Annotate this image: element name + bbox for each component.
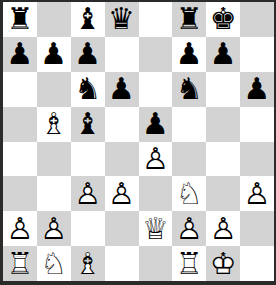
square-b8[interactable] <box>37 2 71 37</box>
square-g4[interactable] <box>206 142 240 177</box>
white-pawn-piece-fill: ♟ <box>71 176 105 211</box>
square-g1[interactable]: ♚♔ <box>206 246 240 281</box>
square-c1[interactable]: ♝♗ <box>71 246 105 281</box>
square-h6[interactable]: ♟ <box>240 72 274 107</box>
white-rook-piece: ♖ <box>3 246 37 281</box>
square-f7[interactable]: ♟ <box>172 37 206 72</box>
square-g7[interactable]: ♟ <box>206 37 240 72</box>
square-a5[interactable] <box>3 107 37 142</box>
square-g2[interactable]: ♟♙ <box>206 211 240 246</box>
square-b6[interactable] <box>37 72 71 107</box>
square-f2[interactable]: ♟♙ <box>172 211 206 246</box>
white-king-piece: ♔ <box>206 246 240 281</box>
square-g8[interactable]: ♚ <box>206 2 240 37</box>
white-pawn-piece-fill: ♟ <box>172 211 206 246</box>
black-knight-piece: ♞ <box>172 72 206 107</box>
white-pawn-piece: ♙ <box>105 176 139 211</box>
square-f4[interactable] <box>172 142 206 177</box>
square-d6[interactable]: ♟ <box>105 72 139 107</box>
white-pawn-piece-fill: ♟ <box>139 142 173 177</box>
chess-board: ♜♝♛♜♚♟♟♟♟♟♞♟♞♟♝♗♝♟♟♙♟♙♟♙♞♘♟♙♟♙♟♙♛♕♟♙♟♙♜♖… <box>3 2 274 281</box>
square-d3[interactable]: ♟♙ <box>105 176 139 211</box>
black-pawn-piece: ♟ <box>240 72 274 107</box>
square-h5[interactable] <box>240 107 274 142</box>
square-b3[interactable] <box>37 176 71 211</box>
square-g3[interactable] <box>206 176 240 211</box>
square-e2[interactable]: ♛♕ <box>139 211 173 246</box>
black-pawn-piece: ♟ <box>172 37 206 72</box>
square-e8[interactable] <box>139 2 173 37</box>
square-b5[interactable]: ♝♗ <box>37 107 71 142</box>
white-pawn-piece: ♙ <box>139 142 173 177</box>
square-h3[interactable]: ♟♙ <box>240 176 274 211</box>
white-bishop-piece: ♗ <box>37 107 71 142</box>
square-b2[interactable]: ♟♙ <box>37 211 71 246</box>
square-a6[interactable] <box>3 72 37 107</box>
white-pawn-piece: ♙ <box>71 176 105 211</box>
square-a3[interactable] <box>3 176 37 211</box>
square-d1[interactable] <box>105 246 139 281</box>
square-h1[interactable] <box>240 246 274 281</box>
square-c4[interactable] <box>71 142 105 177</box>
square-e3[interactable] <box>139 176 173 211</box>
square-d5[interactable] <box>105 107 139 142</box>
square-d2[interactable] <box>105 211 139 246</box>
white-pawn-piece: ♙ <box>240 176 274 211</box>
black-pawn-piece: ♟ <box>105 72 139 107</box>
white-pawn-piece-fill: ♟ <box>240 176 274 211</box>
black-pawn-piece: ♟ <box>3 37 37 72</box>
square-f5[interactable] <box>172 107 206 142</box>
square-d8[interactable]: ♛ <box>105 2 139 37</box>
square-e6[interactable] <box>139 72 173 107</box>
white-queen-piece-fill: ♛ <box>139 211 173 246</box>
square-e5[interactable]: ♟ <box>139 107 173 142</box>
square-f8[interactable]: ♜ <box>172 2 206 37</box>
square-h4[interactable] <box>240 142 274 177</box>
black-knight-piece: ♞ <box>71 72 105 107</box>
square-a2[interactable]: ♟♙ <box>3 211 37 246</box>
white-pawn-piece-fill: ♟ <box>105 176 139 211</box>
white-bishop-piece-fill: ♝ <box>71 246 105 281</box>
square-a1[interactable]: ♜♖ <box>3 246 37 281</box>
square-e4[interactable]: ♟♙ <box>139 142 173 177</box>
white-knight-piece-fill: ♞ <box>172 176 206 211</box>
white-knight-piece: ♘ <box>172 176 206 211</box>
black-pawn-piece: ♟ <box>71 37 105 72</box>
white-pawn-piece: ♙ <box>206 211 240 246</box>
square-d4[interactable] <box>105 142 139 177</box>
square-b1[interactable]: ♞♘ <box>37 246 71 281</box>
square-h7[interactable] <box>240 37 274 72</box>
square-f1[interactable]: ♜♖ <box>172 246 206 281</box>
white-pawn-piece: ♙ <box>37 211 71 246</box>
square-c7[interactable]: ♟ <box>71 37 105 72</box>
white-pawn-piece: ♙ <box>3 211 37 246</box>
square-b4[interactable] <box>37 142 71 177</box>
square-h8[interactable] <box>240 2 274 37</box>
square-g5[interactable] <box>206 107 240 142</box>
white-pawn-piece-fill: ♟ <box>3 211 37 246</box>
black-pawn-piece: ♟ <box>37 37 71 72</box>
white-king-piece-fill: ♚ <box>206 246 240 281</box>
square-c5[interactable]: ♝ <box>71 107 105 142</box>
white-rook-piece: ♖ <box>172 246 206 281</box>
white-pawn-piece-fill: ♟ <box>206 211 240 246</box>
black-pawn-piece: ♟ <box>206 37 240 72</box>
white-bishop-piece-fill: ♝ <box>37 107 71 142</box>
square-c2[interactable] <box>71 211 105 246</box>
white-rook-piece-fill: ♜ <box>172 246 206 281</box>
black-queen-piece: ♛ <box>105 2 139 37</box>
square-c8[interactable]: ♝ <box>71 2 105 37</box>
square-g6[interactable] <box>206 72 240 107</box>
square-a4[interactable] <box>3 142 37 177</box>
square-b7[interactable]: ♟ <box>37 37 71 72</box>
white-rook-piece-fill: ♜ <box>3 246 37 281</box>
square-e7[interactable] <box>139 37 173 72</box>
black-pawn-piece: ♟ <box>139 107 173 142</box>
square-d7[interactable] <box>105 37 139 72</box>
chess-board-frame: ♜♝♛♜♚♟♟♟♟♟♞♟♞♟♝♗♝♟♟♙♟♙♟♙♞♘♟♙♟♙♟♙♛♕♟♙♟♙♜♖… <box>0 0 276 285</box>
square-e1[interactable] <box>139 246 173 281</box>
white-bishop-piece: ♗ <box>71 246 105 281</box>
square-f6[interactable]: ♞ <box>172 72 206 107</box>
square-f3[interactable]: ♞♘ <box>172 176 206 211</box>
black-bishop-piece: ♝ <box>71 2 105 37</box>
square-c3[interactable]: ♟♙ <box>71 176 105 211</box>
white-pawn-piece: ♙ <box>172 211 206 246</box>
white-knight-piece: ♘ <box>37 246 71 281</box>
square-a7[interactable]: ♟ <box>3 37 37 72</box>
square-a8[interactable]: ♜ <box>3 2 37 37</box>
square-c6[interactable]: ♞ <box>71 72 105 107</box>
white-queen-piece: ♕ <box>139 211 173 246</box>
white-knight-piece-fill: ♞ <box>37 246 71 281</box>
black-rook-piece: ♜ <box>3 2 37 37</box>
square-h2[interactable] <box>240 211 274 246</box>
black-rook-piece: ♜ <box>172 2 206 37</box>
black-king-piece: ♚ <box>206 2 240 37</box>
white-pawn-piece-fill: ♟ <box>37 211 71 246</box>
black-bishop-piece: ♝ <box>71 107 105 142</box>
